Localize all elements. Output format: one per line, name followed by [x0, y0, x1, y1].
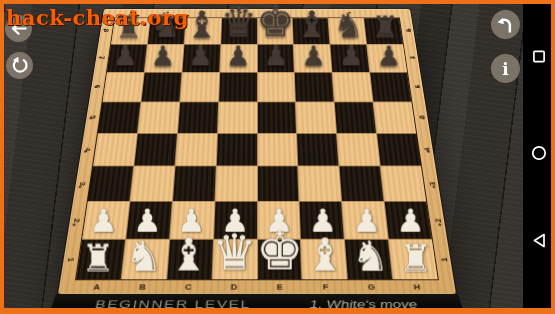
file-label-b: B — [119, 280, 166, 294]
piece-white-knight[interactable]: ♞ — [125, 235, 163, 277]
square-g4[interactable] — [337, 133, 379, 165]
android-navbar — [523, 0, 555, 314]
piece-white-queen[interactable]: ♛ — [212, 227, 257, 277]
square-c1[interactable]: ♝ — [167, 240, 213, 279]
square-d5[interactable] — [218, 102, 257, 133]
file-label-h: H — [393, 280, 441, 294]
board-squares: ♜♞♝♛♚♝♞♜♟♟♟♟♟♟♟♟♟♟♟♟♟♟♟♟♜♞♝♛♚♝♞♜ — [75, 17, 439, 280]
rank-label-6: 6 — [397, 82, 437, 92]
square-g7[interactable]: ♟ — [331, 45, 370, 72]
square-c3[interactable] — [173, 167, 216, 201]
square-f7[interactable]: ♟ — [294, 45, 332, 72]
piece-white-pawn[interactable]: ♟ — [396, 205, 425, 237]
square-f1[interactable]: ♝ — [301, 240, 347, 279]
file-labels-bottom: ABCDEFGH — [73, 280, 441, 294]
square-b3[interactable] — [130, 167, 174, 201]
square-g6[interactable] — [333, 72, 373, 101]
square-d7[interactable]: ♟ — [220, 45, 257, 72]
square-c5[interactable] — [178, 102, 218, 133]
square-a4[interactable] — [93, 133, 137, 165]
undo-curved-arrow-icon — [495, 14, 516, 35]
file-label-e: E — [257, 280, 303, 294]
square-b7[interactable]: ♟ — [145, 45, 184, 72]
undo-move-button[interactable] — [491, 10, 520, 39]
square-b5[interactable] — [138, 102, 179, 133]
square-e3[interactable] — [258, 167, 299, 201]
square-a1[interactable]: ♜ — [76, 240, 125, 279]
square-g1[interactable]: ♞ — [345, 240, 392, 279]
square-f4[interactable] — [297, 133, 338, 165]
square-a2[interactable]: ♟ — [82, 202, 129, 239]
piece-black-pawn[interactable]: ♟ — [301, 43, 325, 70]
piece-black-bishop[interactable]: ♝ — [186, 6, 219, 43]
square-e4[interactable] — [258, 133, 298, 165]
piece-black-king[interactable]: ♚ — [256, 0, 295, 43]
rotate-arrow-icon — [10, 56, 29, 75]
square-d6[interactable] — [219, 72, 257, 101]
level-label: BEGINNER LEVEL — [94, 298, 251, 311]
rank-label-5: 5 — [401, 112, 442, 122]
square-e5[interactable] — [257, 102, 296, 133]
file-label-c: C — [165, 280, 212, 294]
back-triangle-icon[interactable] — [532, 232, 547, 253]
piece-black-pawn[interactable]: ♟ — [226, 43, 250, 70]
square-b1[interactable]: ♞ — [122, 240, 169, 279]
chess-board: ♜♞♝♛♚♝♞♜♟♟♟♟♟♟♟♟♟♟♟♟♟♟♟♟♜♞♝♛♚♝♞♜ 8765432… — [57, 9, 458, 295]
file-label-f: F — [302, 280, 349, 294]
info-button[interactable]: i — [491, 54, 520, 83]
piece-white-pawn[interactable]: ♟ — [90, 205, 119, 237]
square-d3[interactable] — [215, 167, 256, 201]
square-f6[interactable] — [295, 72, 334, 101]
square-c4[interactable] — [175, 133, 216, 165]
square-g3[interactable] — [340, 167, 384, 201]
file-label-a: A — [73, 280, 121, 294]
square-b4[interactable] — [134, 133, 176, 165]
square-f3[interactable] — [299, 167, 342, 201]
file-label-d: D — [211, 280, 257, 294]
recents-square-icon[interactable] — [533, 49, 546, 67]
square-h2[interactable]: ♟ — [385, 202, 432, 239]
board-front-edge: BEGINNER LEVEL 1. White's move — [49, 294, 465, 314]
rank-label-8: 8 — [389, 26, 427, 35]
square-e1[interactable]: ♚ — [258, 240, 302, 279]
square-c6[interactable] — [180, 72, 219, 101]
rotate-board-button[interactable] — [6, 52, 33, 79]
piece-black-pawn[interactable]: ♟ — [188, 43, 212, 70]
square-h3[interactable] — [381, 167, 426, 201]
rank-label-7: 7 — [83, 53, 122, 62]
square-d1[interactable]: ♛ — [212, 240, 256, 279]
square-h1[interactable]: ♜ — [389, 240, 438, 279]
square-e6[interactable] — [257, 72, 295, 101]
piece-white-knight[interactable]: ♞ — [351, 235, 389, 277]
piece-white-rook[interactable]: ♜ — [399, 240, 433, 277]
square-f5[interactable] — [296, 102, 336, 133]
rank-label-6: 6 — [78, 82, 118, 92]
piece-black-pawn[interactable]: ♟ — [339, 43, 363, 70]
piece-white-bishop[interactable]: ♝ — [169, 232, 210, 277]
info-icon: i — [502, 59, 508, 79]
piece-black-queen[interactable]: ♛ — [221, 2, 257, 42]
rank-label-5: 5 — [72, 112, 113, 122]
piece-white-rook[interactable]: ♜ — [82, 240, 116, 277]
piece-black-pawn[interactable]: ♟ — [264, 43, 288, 70]
square-c7[interactable]: ♟ — [182, 45, 220, 72]
square-g5[interactable] — [335, 102, 376, 133]
piece-black-pawn[interactable]: ♟ — [151, 43, 175, 70]
move-status-label: 1. White's move — [309, 298, 419, 311]
watermark-text: hack-cheat.org — [6, 5, 189, 30]
square-d4[interactable] — [216, 133, 256, 165]
home-circle-icon[interactable] — [531, 145, 547, 165]
piece-white-bishop[interactable]: ♝ — [305, 232, 346, 277]
table-background: ♜♞♝♛♚♝♞♜♟♟♟♟♟♟♟♟♟♟♟♟♟♟♟♟♜♞♝♛♚♝♞♜ 8765432… — [4, 4, 551, 308]
square-e7[interactable]: ♟ — [257, 45, 294, 72]
square-h4[interactable] — [377, 133, 421, 165]
file-label-g: G — [348, 280, 395, 294]
piece-white-king[interactable]: ♚ — [256, 224, 304, 277]
square-b6[interactable] — [141, 72, 181, 101]
piece-black-bishop[interactable]: ♝ — [295, 6, 328, 43]
square-a3[interactable] — [88, 167, 133, 201]
piece-black-knight[interactable]: ♞ — [333, 9, 363, 43]
rank-label-7: 7 — [393, 53, 432, 62]
